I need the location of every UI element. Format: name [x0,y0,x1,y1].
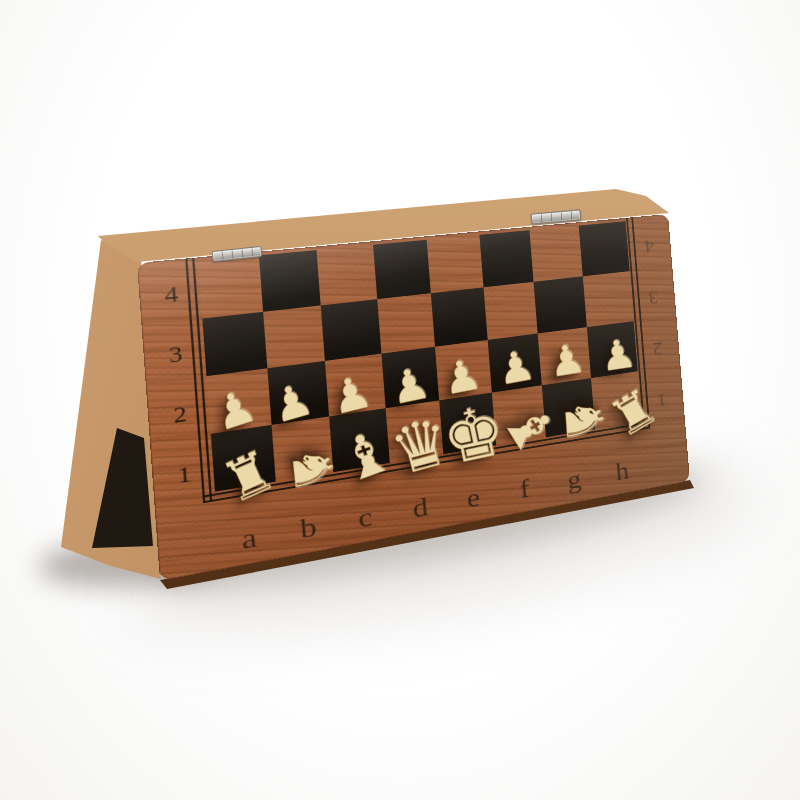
file-label-c: c [357,501,373,534]
square-g4[interactable] [529,226,582,282]
square-c3[interactable] [321,299,381,361]
rank-label-left-1: 1 [177,462,192,489]
square-f4[interactable] [479,230,534,287]
file-label-b: b [299,511,318,545]
square-b4[interactable] [258,250,320,312]
square-h4[interactable] [578,221,629,276]
square-d3[interactable] [377,293,435,353]
square-h3[interactable] [582,271,633,327]
file-label-a: a [241,521,258,556]
square-b3[interactable] [263,305,325,368]
rank-label-right-1: 1 [656,389,667,412]
rank-label-left-4: 4 [164,282,179,308]
rank-label-right-3: 3 [648,286,659,308]
square-a3[interactable] [202,312,266,376]
square-g3[interactable] [534,276,587,333]
file-label-e: e [466,482,481,514]
file-label-g: g [566,464,582,495]
square-f3[interactable] [483,282,538,340]
piece-white-pawn-f2[interactable]: ♟ [494,344,538,392]
square-c4[interactable] [316,245,376,306]
rank-label-right-4: 4 [644,235,655,257]
file-label-d: d [412,491,429,524]
piece-white-pawn-g2[interactable]: ♟ [546,338,589,384]
file-label-h: h [614,456,630,487]
piece-white-knight-b1[interactable]: ♞ [283,443,342,497]
rank-label-left-3: 3 [168,342,183,368]
square-a4[interactable] [198,256,263,319]
square-e3[interactable] [431,287,487,346]
rank-label-right-2: 2 [652,337,663,360]
square-e4[interactable] [427,235,483,293]
piece-white-pawn-h2[interactable]: ♟ [597,333,638,378]
product-photo-scene: 4321 4321 abcdefgh ♟♟♟♟♟♟♟♟♜♞♝♛♚♝♞♜ [0,0,800,800]
square-d4[interactable] [373,240,431,299]
rank-label-left-2: 2 [173,402,188,429]
